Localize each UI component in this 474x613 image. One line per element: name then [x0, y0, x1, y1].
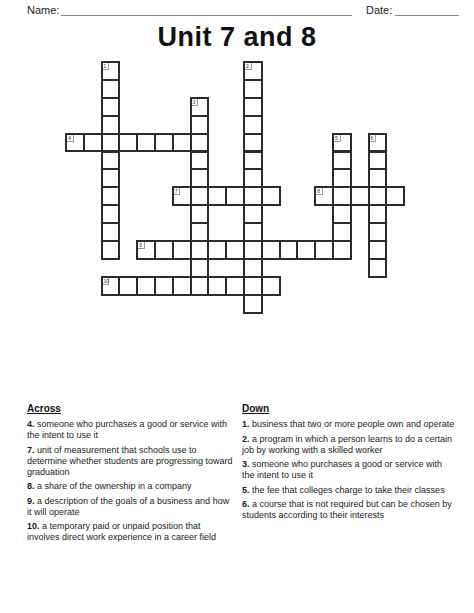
name-label: Name: — [27, 4, 59, 16]
down-header: Down — [242, 403, 457, 414]
grid-cell[interactable] — [243, 79, 263, 99]
down-clues-section: Down 1. business that two or more people… — [242, 403, 457, 525]
grid-cell[interactable] — [332, 204, 352, 224]
grid-cell[interactable] — [190, 168, 210, 188]
clue-number: 5. — [242, 485, 252, 495]
grid-cell-number: 10 — [103, 278, 110, 285]
clue-number: 4. — [27, 419, 37, 429]
grid-cell[interactable] — [385, 186, 405, 206]
grid-cell[interactable] — [190, 222, 210, 242]
clue-down-6: 6. a course that is not required but can… — [242, 499, 457, 521]
grid-cell[interactable] — [243, 133, 263, 153]
grid-cell-number: 7 — [174, 188, 181, 195]
clues-down-list: 1. business that two or more people own … — [242, 419, 457, 521]
clue-number: 9. — [27, 496, 37, 506]
clue-down-1: 1. business that two or more people own … — [242, 419, 457, 430]
grid-cell[interactable] — [243, 222, 263, 242]
grid-cell[interactable] — [243, 204, 263, 224]
grid-cell[interactable] — [314, 240, 334, 260]
clue-across-7: 7. unit of measurement that schools use … — [27, 445, 235, 478]
clue-number: 8. — [27, 481, 37, 491]
clue-number: 6. — [242, 499, 252, 509]
grid-cell[interactable] — [225, 186, 245, 206]
grid-cell[interactable] — [190, 133, 210, 153]
clue-down-2: 2. a program in which a person learns to… — [242, 434, 457, 456]
grid-cell[interactable] — [225, 240, 245, 260]
grid-cell[interactable] — [368, 258, 388, 278]
grid-cell[interactable] — [368, 204, 388, 224]
grid-cell-number: 9 — [138, 242, 145, 249]
grid-cell-number: 4 — [67, 135, 74, 142]
grid-cell[interactable] — [190, 258, 210, 278]
grid-cell[interactable] — [243, 115, 263, 135]
grid-cell[interactable] — [101, 204, 121, 224]
grid-cell[interactable] — [261, 276, 281, 296]
grid-cell[interactable] — [101, 79, 121, 99]
grid-cell[interactable] — [190, 115, 210, 135]
clue-down-3: 3. someone who purchases a good or servi… — [242, 459, 457, 481]
grid-cell[interactable]: 8 — [314, 186, 334, 206]
clue-across-9: 9. a description of the goals of a busin… — [27, 496, 235, 518]
crossword-grid: 12345678910 — [65, 61, 406, 314]
grid-cell[interactable] — [136, 276, 156, 296]
page-title: Unit 7 and 8 — [0, 22, 474, 53]
grid-cell-number: 3 — [192, 99, 199, 106]
clue-across-10: 10. a temporary paid or unpaid position … — [27, 521, 235, 543]
grid-cell[interactable]: 5 — [332, 133, 352, 153]
grid-cell[interactable] — [332, 222, 352, 242]
across-header: Across — [27, 403, 235, 414]
worksheet-page: Name: Date: Unit 7 and 8 12345678910 Acr… — [0, 0, 474, 613]
date-label: Date: — [366, 4, 392, 16]
grid-cell[interactable] — [332, 240, 352, 260]
grid-cell[interactable]: 9 — [136, 240, 156, 260]
grid-cell[interactable] — [332, 168, 352, 188]
clue-number: 7. — [27, 445, 37, 455]
grid-cell[interactable] — [101, 168, 121, 188]
grid-cell-number: 5 — [334, 135, 341, 142]
clue-number: 3. — [242, 459, 252, 469]
clues-across-list: 4. someone who purchases a good or servi… — [27, 419, 235, 543]
grid-cell[interactable]: 6 — [368, 133, 388, 153]
grid-cell[interactable] — [261, 186, 281, 206]
grid-cell[interactable] — [136, 133, 156, 153]
grid-cell[interactable] — [101, 240, 121, 260]
grid-cell-number: 6 — [370, 135, 377, 142]
grid-cell[interactable] — [368, 168, 388, 188]
grid-cell[interactable] — [225, 276, 245, 296]
date-input-line[interactable] — [395, 15, 459, 16]
across-clues-section: Across 4. someone who purchases a good o… — [27, 403, 235, 547]
clue-across-8: 8. a share of the ownership in a company — [27, 481, 235, 492]
grid-cell[interactable] — [101, 222, 121, 242]
grid-cell[interactable] — [101, 115, 121, 135]
grid-cell[interactable] — [190, 204, 210, 224]
clue-across-4: 4. someone who purchases a good or servi… — [27, 419, 235, 441]
clue-number: 10. — [27, 521, 42, 531]
grid-cell-number: 8 — [316, 188, 323, 195]
clue-number: 1. — [242, 419, 252, 429]
grid-cell[interactable] — [368, 222, 388, 242]
grid-cell[interactable] — [243, 168, 263, 188]
grid-cell[interactable] — [243, 258, 263, 278]
grid-cell-number: 1 — [103, 63, 110, 70]
clue-number: 2. — [242, 434, 252, 444]
name-input-line[interactable] — [61, 15, 352, 16]
clue-down-5: 5. the fee that colleges charge to take … — [242, 485, 457, 496]
grid-cell[interactable] — [243, 294, 263, 314]
grid-cell-number: 2 — [245, 63, 252, 70]
